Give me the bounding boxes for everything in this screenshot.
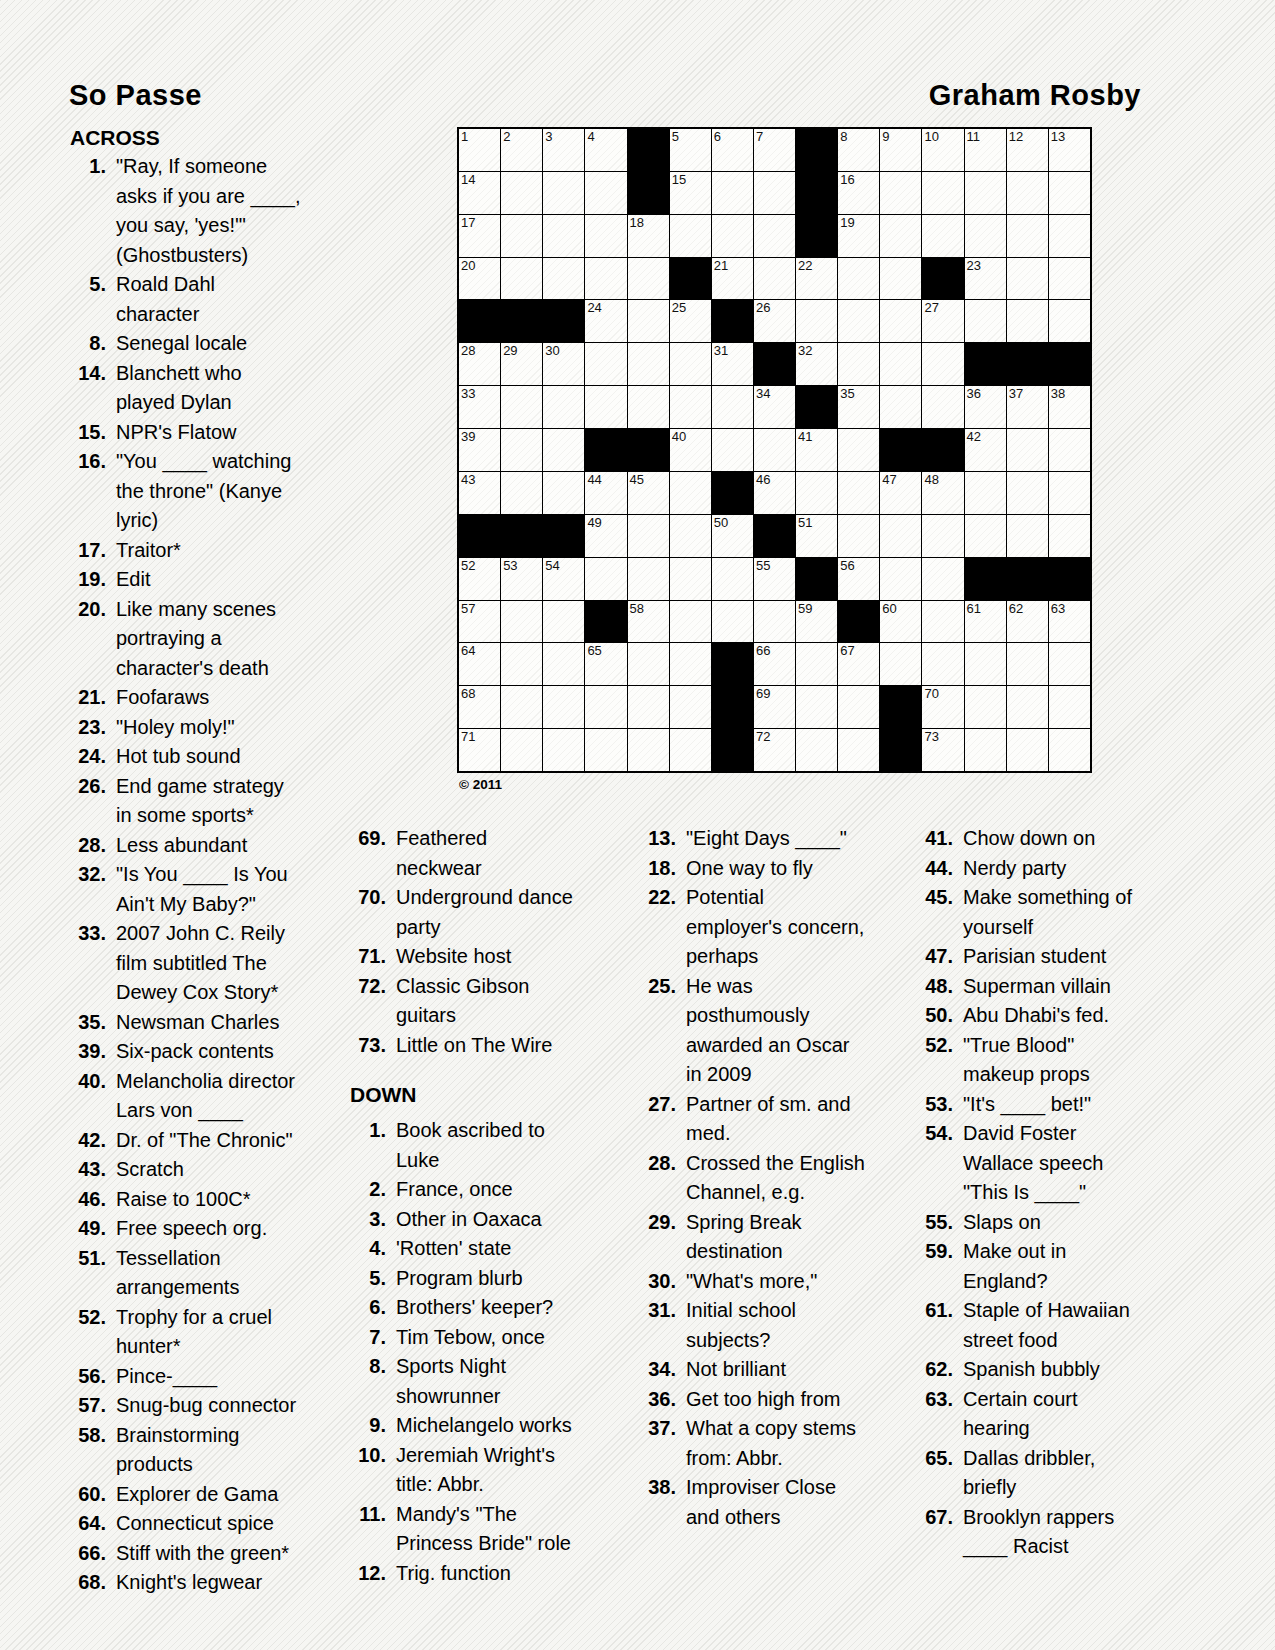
cell-r4c10[interactable]	[838, 258, 879, 300]
cell-number: 27	[924, 300, 938, 315]
cell-number: 54	[545, 558, 559, 573]
cell-r11c5[interactable]	[628, 558, 669, 600]
cell-number: 39	[461, 429, 475, 444]
cell-r1c11[interactable]: 9	[880, 129, 921, 171]
cell-r8c13[interactable]: 42	[965, 429, 1006, 471]
cell-number: 65	[587, 643, 601, 658]
black-cell-r8c5	[628, 429, 669, 471]
clue-item: 10.Jeremiah Wright's title: Abbr.	[350, 1441, 630, 1500]
cell-r13c2[interactable]	[501, 643, 542, 685]
cell-r6c2[interactable]: 29	[501, 343, 542, 385]
cell-r13c9[interactable]	[796, 643, 837, 685]
clue-text: Potential employer's concern, perhaps	[686, 883, 864, 972]
cell-r5c14[interactable]	[1007, 300, 1048, 342]
clue-item: 53."It's ____ bet!"	[917, 1090, 1197, 1120]
cell-r2c12[interactable]	[922, 172, 963, 214]
clue-text: "Is You ____ Is You Ain't My Baby?"	[116, 860, 288, 919]
cell-number: 33	[461, 386, 475, 401]
clue-number: 52.	[917, 1031, 953, 1090]
clue-text: "True Blood" makeup props	[963, 1031, 1090, 1090]
cell-r10c15[interactable]	[1049, 515, 1090, 557]
clue-number: 48.	[917, 972, 953, 1002]
cell-r3c2[interactable]	[501, 215, 542, 257]
black-cell-r1c5	[628, 129, 669, 171]
clue-item: 2.France, once	[350, 1175, 630, 1205]
cell-r12c3[interactable]	[543, 601, 584, 643]
cell-r10c6[interactable]	[670, 515, 711, 557]
cell-r12c8[interactable]	[754, 601, 795, 643]
cell-r5c12[interactable]: 27	[922, 300, 963, 342]
cell-r15c6[interactable]	[670, 729, 711, 771]
clue-number: 55.	[917, 1208, 953, 1238]
cell-r11c2[interactable]: 53	[501, 558, 542, 600]
clue-item: 56.Pince-____	[70, 1362, 350, 1392]
cell-r2c2[interactable]	[501, 172, 542, 214]
clue-item: 8.Senegal locale	[70, 329, 350, 359]
clue-item: 58.Brainstorming products	[70, 1421, 350, 1480]
cell-r4c14[interactable]	[1007, 258, 1048, 300]
clue-item: 66.Stiff with the green*	[70, 1539, 350, 1569]
cell-r5c9[interactable]	[796, 300, 837, 342]
cell-r15c8[interactable]: 72	[754, 729, 795, 771]
cell-r3c15[interactable]	[1049, 215, 1090, 257]
clue-text: Brooklyn rappers ____ Racist	[963, 1503, 1114, 1562]
cell-r12c5[interactable]: 58	[628, 601, 669, 643]
cell-r11c6[interactable]	[670, 558, 711, 600]
cell-r12c15[interactable]: 63	[1049, 601, 1090, 643]
cell-r13c11[interactable]	[880, 643, 921, 685]
cell-r5c15[interactable]	[1049, 300, 1090, 342]
clue-item: 13."Eight Days ____"	[640, 824, 920, 854]
cell-r13c15[interactable]	[1049, 643, 1090, 685]
cell-r10c11[interactable]	[880, 515, 921, 557]
cell-r4c3[interactable]	[543, 258, 584, 300]
clue-item: 1.Book ascribed to Luke	[350, 1116, 630, 1175]
cell-r3c3[interactable]	[543, 215, 584, 257]
cell-r9c4[interactable]: 44	[585, 472, 626, 514]
cell-r10c14[interactable]	[1007, 515, 1048, 557]
cell-r6c4[interactable]	[585, 343, 626, 385]
cell-number: 67	[840, 643, 854, 658]
cell-r6c5[interactable]	[628, 343, 669, 385]
cell-r4c1[interactable]: 20	[459, 258, 500, 300]
black-cell-r11c9	[796, 558, 837, 600]
clue-number: 18.	[640, 854, 676, 884]
cell-r15c5[interactable]	[628, 729, 669, 771]
cell-r7c4[interactable]	[585, 386, 626, 428]
cell-r13c14[interactable]	[1007, 643, 1048, 685]
cell-r1c3[interactable]: 3	[543, 129, 584, 171]
cell-r3c1[interactable]: 17	[459, 215, 500, 257]
cell-number: 24	[587, 300, 601, 315]
clue-text: Raise to 100C*	[116, 1185, 251, 1215]
cell-r4c5[interactable]	[628, 258, 669, 300]
cell-r14c12[interactable]: 70	[922, 686, 963, 728]
cell-r6c11[interactable]	[880, 343, 921, 385]
clue-number: 23.	[70, 713, 106, 743]
cell-r14c4[interactable]	[585, 686, 626, 728]
cell-r11c1[interactable]: 52	[459, 558, 500, 600]
cell-r8c3[interactable]	[543, 429, 584, 471]
cell-r10c12[interactable]	[922, 515, 963, 557]
cell-r1c15[interactable]: 13	[1049, 129, 1090, 171]
clue-item: 40.Melancholia director Lars von ____	[70, 1067, 350, 1126]
cell-r2c11[interactable]	[880, 172, 921, 214]
cell-r7c2[interactable]	[501, 386, 542, 428]
cell-r8c1[interactable]: 39	[459, 429, 500, 471]
cell-r12c7[interactable]	[712, 601, 753, 643]
cell-r3c5[interactable]: 18	[628, 215, 669, 257]
cell-number: 22	[798, 258, 812, 273]
cell-r4c9[interactable]: 22	[796, 258, 837, 300]
cell-r13c8[interactable]: 66	[754, 643, 795, 685]
cell-r5c5[interactable]	[628, 300, 669, 342]
cell-r12c12[interactable]	[922, 601, 963, 643]
cell-r9c1[interactable]: 43	[459, 472, 500, 514]
cell-r7c10[interactable]: 35	[838, 386, 879, 428]
clue-number: 28.	[70, 831, 106, 861]
clue-text: Mandy's "The Princess Bride" role	[396, 1500, 571, 1559]
cell-r9c3[interactable]	[543, 472, 584, 514]
cell-r1c7[interactable]: 6	[712, 129, 753, 171]
clue-text: Knight's legwear	[116, 1568, 262, 1598]
cell-r13c12[interactable]	[922, 643, 963, 685]
clue-text: Partner of sm. and med.	[686, 1090, 851, 1149]
cell-r10c10[interactable]	[838, 515, 879, 557]
cell-r6c7[interactable]: 31	[712, 343, 753, 385]
cell-r9c13[interactable]	[965, 472, 1006, 514]
cell-r4c13[interactable]: 23	[965, 258, 1006, 300]
black-cell-r6c15	[1049, 343, 1090, 385]
cell-r6c10[interactable]	[838, 343, 879, 385]
cell-r9c8[interactable]: 46	[754, 472, 795, 514]
cell-r9c6[interactable]	[670, 472, 711, 514]
clue-text: "Eight Days ____"	[686, 824, 847, 854]
cell-r10c5[interactable]	[628, 515, 669, 557]
clue-number: 57.	[70, 1391, 106, 1421]
cell-r5c4[interactable]: 24	[585, 300, 626, 342]
cell-r1c14[interactable]: 12	[1007, 129, 1048, 171]
cell-r6c9[interactable]: 32	[796, 343, 837, 385]
cell-r7c5[interactable]	[628, 386, 669, 428]
cell-r2c4[interactable]	[585, 172, 626, 214]
cell-r14c14[interactable]	[1007, 686, 1048, 728]
black-cell-r5c7	[712, 300, 753, 342]
clue-number: 10.	[350, 1441, 386, 1500]
cell-r12c9[interactable]: 59	[796, 601, 837, 643]
cell-r4c8[interactable]	[754, 258, 795, 300]
cell-r3c11[interactable]	[880, 215, 921, 257]
cell-r14c3[interactable]	[543, 686, 584, 728]
cell-r1c12[interactable]: 10	[922, 129, 963, 171]
cell-r15c4[interactable]	[585, 729, 626, 771]
cell-r12c6[interactable]	[670, 601, 711, 643]
cell-r7c8[interactable]: 34	[754, 386, 795, 428]
clue-item: 12.Trig. function	[350, 1559, 630, 1589]
cell-r9c2[interactable]	[501, 472, 542, 514]
clue-number: 20.	[70, 595, 106, 684]
cell-r8c10[interactable]	[838, 429, 879, 471]
cell-r7c15[interactable]: 38	[1049, 386, 1090, 428]
cell-r13c13[interactable]	[965, 643, 1006, 685]
cell-r14c1[interactable]: 68	[459, 686, 500, 728]
clue-text: "Holey moly!"	[116, 713, 235, 743]
black-cell-r8c12	[922, 429, 963, 471]
cell-r1c10[interactable]: 8	[838, 129, 879, 171]
cell-r2c3[interactable]	[543, 172, 584, 214]
cell-r12c14[interactable]: 62	[1007, 601, 1048, 643]
cell-r15c9[interactable]	[796, 729, 837, 771]
cell-number: 35	[840, 386, 854, 401]
cell-r11c12[interactable]	[922, 558, 963, 600]
cell-r11c7[interactable]	[712, 558, 753, 600]
cell-r15c15[interactable]	[1049, 729, 1090, 771]
cell-r3c12[interactable]	[922, 215, 963, 257]
clue-text: Explorer de Gama	[116, 1480, 278, 1510]
clue-number: 1.	[70, 152, 106, 270]
clue-text: Like many scenes portraying a character'…	[116, 595, 276, 684]
clue-number: 32.	[70, 860, 106, 919]
cell-r8c9[interactable]: 41	[796, 429, 837, 471]
clue-number: 45.	[917, 883, 953, 942]
cell-r12c1[interactable]: 57	[459, 601, 500, 643]
cell-r2c14[interactable]	[1007, 172, 1048, 214]
cell-r7c14[interactable]: 37	[1007, 386, 1048, 428]
cell-r8c8[interactable]	[754, 429, 795, 471]
clue-item: 25.He was posthumously awarded an Oscar …	[640, 972, 920, 1090]
black-cell-r10c8	[754, 515, 795, 557]
cell-r2c13[interactable]	[965, 172, 1006, 214]
cell-number: 42	[967, 429, 981, 444]
cell-number: 62	[1009, 601, 1023, 616]
clue-text: Brainstorming products	[116, 1421, 239, 1480]
cell-r10c7[interactable]: 50	[712, 515, 753, 557]
cell-r15c12[interactable]: 73	[922, 729, 963, 771]
clue-number: 40.	[70, 1067, 106, 1126]
clue-text: Make out in England?	[963, 1237, 1066, 1296]
clue-number: 53.	[917, 1090, 953, 1120]
clue-item: 3.Other in Oaxaca	[350, 1205, 630, 1235]
cell-r13c1[interactable]: 64	[459, 643, 500, 685]
cell-r1c2[interactable]: 2	[501, 129, 542, 171]
cell-r3c6[interactable]	[670, 215, 711, 257]
cell-r6c12[interactable]	[922, 343, 963, 385]
clue-text: Dallas dribbler, briefly	[963, 1444, 1095, 1503]
cell-r2c1[interactable]: 14	[459, 172, 500, 214]
cell-r11c3[interactable]: 54	[543, 558, 584, 600]
cell-r2c7[interactable]	[712, 172, 753, 214]
cell-r4c7[interactable]: 21	[712, 258, 753, 300]
cell-r14c8[interactable]: 69	[754, 686, 795, 728]
cell-r6c6[interactable]	[670, 343, 711, 385]
clue-item: 14.Blanchett who played Dylan	[70, 359, 350, 418]
black-cell-r14c11	[880, 686, 921, 728]
clue-number: 72.	[350, 972, 386, 1031]
cell-r13c5[interactable]	[628, 643, 669, 685]
clue-item: 17.Traitor*	[70, 536, 350, 566]
clue-text: Feathered neckwear	[396, 824, 487, 883]
cell-r10c4[interactable]: 49	[585, 515, 626, 557]
cell-number: 5	[672, 129, 679, 144]
cell-number: 53	[503, 558, 517, 573]
cell-r2c6[interactable]: 15	[670, 172, 711, 214]
cell-r13c3[interactable]	[543, 643, 584, 685]
cell-r15c13[interactable]	[965, 729, 1006, 771]
cell-r12c2[interactable]	[501, 601, 542, 643]
cell-r7c1[interactable]: 33	[459, 386, 500, 428]
cell-r11c4[interactable]	[585, 558, 626, 600]
cell-r1c6[interactable]: 5	[670, 129, 711, 171]
clue-text: Underground dance party	[396, 883, 573, 942]
cell-r4c11[interactable]	[880, 258, 921, 300]
cell-r9c15[interactable]	[1049, 472, 1090, 514]
cell-r1c1[interactable]: 1	[459, 129, 500, 171]
cell-r3c8[interactable]	[754, 215, 795, 257]
cell-r3c14[interactable]	[1007, 215, 1048, 257]
cell-r9c12[interactable]: 48	[922, 472, 963, 514]
cell-r14c9[interactable]	[796, 686, 837, 728]
cell-r11c10[interactable]: 56	[838, 558, 879, 600]
clue-text: Crossed the English Channel, e.g.	[686, 1149, 865, 1208]
clue-number: 41.	[917, 824, 953, 854]
clue-item: 24.Hot tub sound	[70, 742, 350, 772]
clue-text: Six-pack contents	[116, 1037, 274, 1067]
cell-r5c11[interactable]	[880, 300, 921, 342]
cell-r8c6[interactable]: 40	[670, 429, 711, 471]
clue-text: Blanchett who played Dylan	[116, 359, 242, 418]
cell-r9c9[interactable]	[796, 472, 837, 514]
clue-item: 36.Get too high from	[640, 1385, 920, 1415]
cell-r11c11[interactable]	[880, 558, 921, 600]
across-end-and-down-start-column: 69.Feathered neckwear70.Underground danc…	[350, 824, 630, 1588]
cell-r14c13[interactable]	[965, 686, 1006, 728]
cell-r5c13[interactable]	[965, 300, 1006, 342]
clue-item: 63.Certain court hearing	[917, 1385, 1197, 1444]
cell-r4c15[interactable]	[1049, 258, 1090, 300]
clue-text: 'Rotten' state	[396, 1234, 511, 1264]
cell-r12c13[interactable]: 61	[965, 601, 1006, 643]
clue-item: 11.Mandy's "The Princess Bride" role	[350, 1500, 630, 1559]
cell-r14c6[interactable]	[670, 686, 711, 728]
cell-r8c7[interactable]	[712, 429, 753, 471]
clue-number: 9.	[350, 1411, 386, 1441]
cell-number: 36	[967, 386, 981, 401]
cell-r5c8[interactable]: 26	[754, 300, 795, 342]
cell-r14c2[interactable]	[501, 686, 542, 728]
cell-r8c14[interactable]	[1007, 429, 1048, 471]
cell-r7c3[interactable]	[543, 386, 584, 428]
cell-r9c5[interactable]: 45	[628, 472, 669, 514]
cell-number: 71	[461, 729, 475, 744]
cell-r6c1[interactable]: 28	[459, 343, 500, 385]
black-cell-r10c1	[459, 515, 500, 557]
cell-r15c14[interactable]	[1007, 729, 1048, 771]
cell-number: 58	[630, 601, 644, 616]
clue-number: 67.	[917, 1503, 953, 1562]
cell-r4c2[interactable]	[501, 258, 542, 300]
clue-item: 7.Tim Tebow, once	[350, 1323, 630, 1353]
clue-number: 60.	[70, 1480, 106, 1510]
cell-number: 29	[503, 343, 517, 358]
clue-number: 61.	[917, 1296, 953, 1355]
cell-r7c13[interactable]: 36	[965, 386, 1006, 428]
clue-item: 70.Underground dance party	[350, 883, 630, 942]
clue-item: 29.Spring Break destination	[640, 1208, 920, 1267]
cell-r4c4[interactable]	[585, 258, 626, 300]
clue-item: 73.Little on The Wire	[350, 1031, 630, 1061]
cell-number: 8	[840, 129, 847, 144]
cell-r8c2[interactable]	[501, 429, 542, 471]
cell-r11c8[interactable]: 55	[754, 558, 795, 600]
clue-text: Trig. function	[396, 1559, 511, 1589]
cell-number: 41	[798, 429, 812, 444]
cell-r13c4[interactable]: 65	[585, 643, 626, 685]
cell-number: 52	[461, 558, 475, 573]
cell-r9c14[interactable]	[1007, 472, 1048, 514]
clue-number: 4.	[350, 1234, 386, 1264]
cell-r1c13[interactable]: 11	[965, 129, 1006, 171]
cell-r10c13[interactable]	[965, 515, 1006, 557]
cell-r2c15[interactable]	[1049, 172, 1090, 214]
clue-text: What a copy stems from: Abbr.	[686, 1414, 856, 1473]
cell-r7c11[interactable]	[880, 386, 921, 428]
cell-r15c1[interactable]: 71	[459, 729, 500, 771]
cell-r13c6[interactable]	[670, 643, 711, 685]
cell-r15c2[interactable]	[501, 729, 542, 771]
clue-item: 47.Parisian student	[917, 942, 1197, 972]
cell-r14c10[interactable]	[838, 686, 879, 728]
cell-r14c5[interactable]	[628, 686, 669, 728]
cell-r3c13[interactable]	[965, 215, 1006, 257]
cell-r13c10[interactable]: 67	[838, 643, 879, 685]
cell-r7c7[interactable]	[712, 386, 753, 428]
cell-r9c11[interactable]: 47	[880, 472, 921, 514]
cell-r6c3[interactable]: 30	[543, 343, 584, 385]
clue-item: 52.Trophy for a cruel hunter*	[70, 1303, 350, 1362]
cell-number: 13	[1051, 129, 1065, 144]
cell-r10c9[interactable]: 51	[796, 515, 837, 557]
clue-item: 30."What's more,"	[640, 1267, 920, 1297]
cell-r15c3[interactable]	[543, 729, 584, 771]
clue-text: Edit	[116, 565, 150, 595]
cell-r2c10[interactable]: 16	[838, 172, 879, 214]
cell-r3c10[interactable]: 19	[838, 215, 879, 257]
cell-r5c10[interactable]	[838, 300, 879, 342]
clue-number: 8.	[70, 329, 106, 359]
cell-r7c12[interactable]	[922, 386, 963, 428]
across-clue-column: ACROSS1."Ray, If someone asks if you are…	[70, 126, 350, 1598]
clue-item: 49.Free speech org.	[70, 1214, 350, 1244]
cell-r15c10[interactable]	[838, 729, 879, 771]
cell-r7c6[interactable]	[670, 386, 711, 428]
cell-r3c4[interactable]	[585, 215, 626, 257]
cell-r2c8[interactable]	[754, 172, 795, 214]
cell-r12c11[interactable]: 60	[880, 601, 921, 643]
cell-number: 59	[798, 601, 812, 616]
clue-text: Foofaraws	[116, 683, 209, 713]
clue-item: 28.Crossed the English Channel, e.g.	[640, 1149, 920, 1208]
cell-number: 31	[714, 343, 728, 358]
clue-text: Trophy for a cruel hunter*	[116, 1303, 272, 1362]
cell-r9c10[interactable]	[838, 472, 879, 514]
cell-r1c8[interactable]: 7	[754, 129, 795, 171]
cell-r1c4[interactable]: 4	[585, 129, 626, 171]
cell-r14c15[interactable]	[1049, 686, 1090, 728]
cell-number: 64	[461, 643, 475, 658]
cell-r8c15[interactable]	[1049, 429, 1090, 471]
cell-r3c7[interactable]	[712, 215, 753, 257]
cell-r5c6[interactable]: 25	[670, 300, 711, 342]
